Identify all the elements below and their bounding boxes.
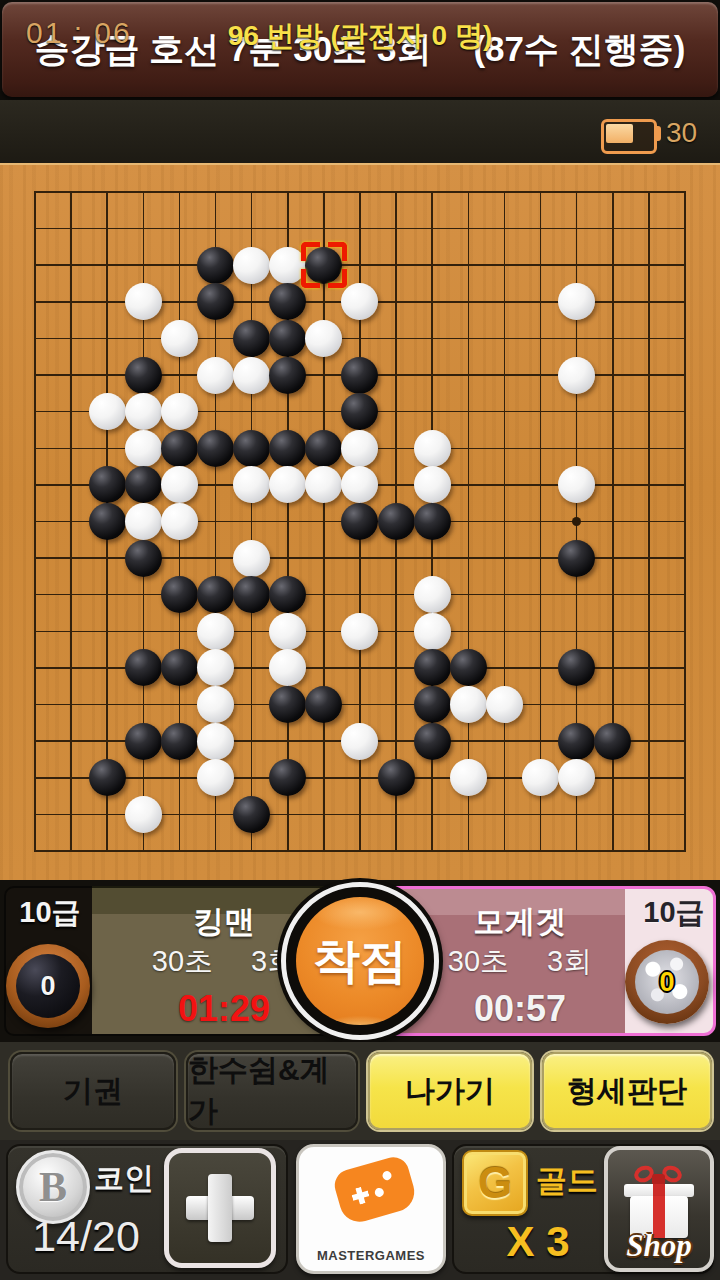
black-stone [161,723,198,760]
white-byoyomi-time: 30초 [448,942,509,982]
white-stone [305,466,342,503]
white-stone-bowl: 0 [625,940,709,1024]
star-point [572,517,581,526]
white-stone [450,686,487,723]
black-stone-bowl: 0 [6,944,90,1028]
white-stone [125,283,162,320]
black-stone [341,393,378,430]
coin-label: 코인 [94,1158,154,1199]
white-stone [558,466,595,503]
white-stone [161,320,198,357]
black-stone [161,576,198,613]
black-stone [269,686,306,723]
white-stone [197,759,234,796]
white-stone [233,357,270,394]
white-stone [197,649,234,686]
black-stone [269,283,306,320]
white-stone [197,723,234,760]
white-stone [522,759,559,796]
black-stone [233,576,270,613]
black-stone [341,357,378,394]
shop-label: Shop [608,1228,710,1264]
territory-estimate-button[interactable]: 형세판단 [542,1052,712,1130]
black-stone [89,503,126,540]
white-stone [341,723,378,760]
black-stone [378,759,415,796]
resign-button[interactable]: 기권 [10,1052,176,1130]
black-stone [197,576,234,613]
black-stone [197,430,234,467]
white-stone [558,283,595,320]
brand-label: MASTERGAMES [299,1248,443,1263]
white-stone [233,247,270,284]
white-stone [161,503,198,540]
white-stone [341,613,378,650]
white-stone [305,320,342,357]
white-stone [89,393,126,430]
white-stone [558,759,595,796]
mastergames-tile[interactable]: MASTERGAMES [296,1144,446,1274]
black-stone [197,283,234,320]
black-stone [558,723,595,760]
black-stone [341,503,378,540]
white-stone [197,613,234,650]
white-stone [125,503,162,540]
black-stone [414,649,451,686]
black-captures: 0 [40,971,55,1002]
black-stone [89,759,126,796]
white-stone [269,649,306,686]
white-stone [197,686,234,723]
white-stone [414,430,451,467]
black-stone [594,723,631,760]
white-stone [125,796,162,833]
black-rank: 10급 [10,893,90,933]
black-byoyomi-time: 30초 [152,942,213,982]
white-stone [233,466,270,503]
black-stone [305,430,342,467]
white-stone [269,613,306,650]
place-stone-label: 착점 [313,930,407,993]
white-stone [125,430,162,467]
white-stone [125,393,162,430]
black-stone [161,430,198,467]
black-stone [269,576,306,613]
coin-count: 14/20 [14,1212,158,1261]
black-stone [305,686,342,723]
black-stone [269,357,306,394]
gold-amount: X 3 [468,1218,608,1266]
shop-button[interactable]: Shop [604,1146,714,1272]
battery-percent: 30 [666,117,697,149]
black-stone [197,247,234,284]
black-stone [269,430,306,467]
plus-icon [208,1174,232,1242]
black-stone [125,540,162,577]
white-stone [233,540,270,577]
black-stone [233,430,270,467]
white-stone [269,466,306,503]
black-stone [125,723,162,760]
black-stone [125,649,162,686]
white-stone [414,466,451,503]
white-stone [450,759,487,796]
last-move-marker [301,242,347,288]
white-clock: 00:57 [398,988,642,1030]
gold-label: 골드 [536,1160,598,1202]
black-stone [269,320,306,357]
pass-and-count-button[interactable]: 한수쉼&계가 [186,1052,358,1130]
black-stone [558,540,595,577]
white-captures: 0 [659,967,674,998]
gamepad-icon [331,1154,419,1227]
white-stone [486,686,523,723]
add-coin-button[interactable] [164,1148,276,1268]
white-stone [558,357,595,394]
black-stone [414,503,451,540]
black-stone [89,466,126,503]
place-stone-button[interactable]: 착점 [281,882,439,1040]
black-stone [558,649,595,686]
go-board[interactable] [0,163,720,880]
black-stone [125,466,162,503]
exit-button[interactable]: 나가기 [368,1052,532,1130]
black-stone [269,759,306,796]
black-stone [414,723,451,760]
white-stone [341,283,378,320]
battery-fill [606,124,633,143]
white-stone [341,466,378,503]
black-stone [450,649,487,686]
white-stone [161,466,198,503]
black-stone [233,796,270,833]
white-stone [161,393,198,430]
white-stone [414,576,451,613]
white-stone [197,357,234,394]
white-byoyomi-count: 3회 [547,942,592,982]
black-stone [125,357,162,394]
black-stone [378,503,415,540]
white-stone [414,613,451,650]
gold-icon: G [462,1150,528,1216]
black-stone [161,649,198,686]
black-stone [233,320,270,357]
white-stone [341,430,378,467]
room-label: 96 번방 (관전자 0 명) [0,17,720,55]
white-rank: 10급 [638,893,710,933]
black-stone [414,686,451,723]
battery-nub [654,126,661,141]
